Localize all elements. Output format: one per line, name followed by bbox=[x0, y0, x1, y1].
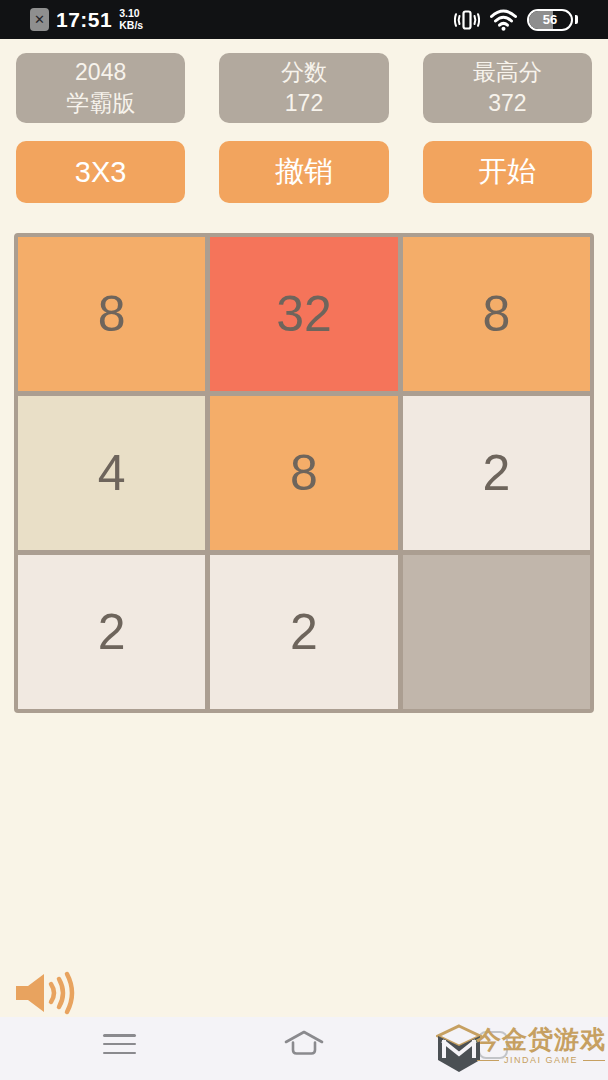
net-speed-unit: KB/s bbox=[119, 20, 143, 31]
wifi-icon bbox=[490, 9, 517, 31]
title-line1: 2048 bbox=[75, 57, 126, 88]
battery-icon: 56 bbox=[527, 9, 573, 31]
screen: ✕ 17:51 3.10 KB/s 56 bbox=[0, 0, 608, 1080]
home-icon[interactable] bbox=[284, 1029, 324, 1061]
title-line2: 学霸版 bbox=[66, 88, 135, 119]
score-cards: 2048 学霸版 分数 172 最高分 372 bbox=[16, 53, 592, 123]
tile-8: 8 bbox=[18, 237, 205, 391]
control-buttons: 3X3 撤销 开始 bbox=[16, 141, 592, 203]
clock: 17:51 bbox=[56, 8, 112, 32]
watermark-text: 今金贷游戏 JINDAI GAME bbox=[476, 1024, 606, 1065]
tile-2: 2 bbox=[210, 555, 397, 709]
best-score-value: 372 bbox=[488, 88, 526, 119]
no-sim-icon: ✕ bbox=[30, 8, 49, 31]
score-card: 分数 172 bbox=[219, 53, 388, 123]
status-right: 56 bbox=[454, 8, 578, 32]
vibrate-icon bbox=[454, 8, 480, 32]
status-left: ✕ 17:51 3.10 KB/s bbox=[30, 8, 143, 32]
net-speed-value: 3.10 bbox=[119, 8, 139, 19]
score-label: 分数 bbox=[281, 57, 327, 88]
tile-8: 8 bbox=[403, 237, 590, 391]
title-card: 2048 学霸版 bbox=[16, 53, 185, 123]
tile-2: 2 bbox=[18, 555, 205, 709]
battery-nub bbox=[575, 15, 578, 24]
navigation-bar: 今金贷游戏 JINDAI GAME bbox=[0, 1017, 608, 1080]
tile-8: 8 bbox=[210, 396, 397, 550]
best-score-card: 最高分 372 bbox=[423, 53, 592, 123]
undo-button[interactable]: 撤销 bbox=[219, 141, 388, 203]
grid-size-button[interactable]: 3X3 bbox=[16, 141, 185, 203]
network-speed: 3.10 KB/s bbox=[119, 8, 143, 30]
watermark: 今金贷游戏 JINDAI GAME bbox=[436, 1024, 606, 1074]
menu-icon[interactable] bbox=[103, 1034, 136, 1054]
empty-cell bbox=[403, 555, 590, 709]
status-bar: ✕ 17:51 3.10 KB/s 56 bbox=[0, 0, 608, 39]
game-board[interactable]: 832848222 bbox=[14, 233, 594, 713]
start-button[interactable]: 开始 bbox=[423, 141, 592, 203]
sound-toggle[interactable] bbox=[14, 970, 80, 1016]
speaker-on-icon bbox=[14, 970, 80, 1016]
watermark-subtitle: JINDAI GAME bbox=[477, 1055, 605, 1065]
watermark-title: 今金贷游戏 bbox=[476, 1024, 606, 1054]
best-score-label: 最高分 bbox=[473, 57, 542, 88]
tile-2: 2 bbox=[403, 396, 590, 550]
score-value: 172 bbox=[285, 88, 323, 119]
battery-percent: 56 bbox=[543, 12, 557, 27]
tile-32: 32 bbox=[210, 237, 397, 391]
tile-4: 4 bbox=[18, 396, 205, 550]
